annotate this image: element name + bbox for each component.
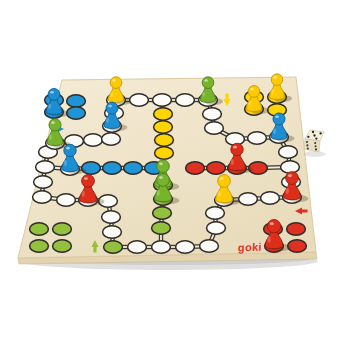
- pawn-highlight: [159, 176, 163, 179]
- pawn-sheen: [64, 160, 67, 166]
- pawn-sheen: [286, 188, 289, 194]
- cell-t1: [130, 94, 149, 107]
- pawn-highlight: [250, 88, 254, 90]
- cell-t11: [281, 161, 300, 174]
- pawn-sheen: [273, 128, 276, 134]
- cell-yh1: [154, 121, 173, 134]
- green-pawn-head[interactable]: [49, 119, 61, 131]
- yellow-pawn-head[interactable]: [248, 86, 260, 98]
- die-pip: [313, 134, 315, 136]
- die-pip: [315, 145, 317, 147]
- pawn-sheen: [82, 191, 85, 197]
- pawn-sheen: [231, 159, 234, 165]
- cell-t21: [152, 241, 171, 254]
- die[interactable]: [304, 130, 326, 157]
- pawn-highlight: [220, 177, 224, 180]
- cell-t23: [104, 241, 123, 254]
- cell-t35: [84, 134, 103, 147]
- goki-logo: goki: [238, 241, 262, 254]
- die-shadow: [304, 151, 326, 157]
- pawn-sheen: [248, 100, 251, 106]
- cell-t18: [207, 222, 226, 235]
- pawn-highlight: [112, 79, 116, 81]
- cell-t31: [36, 161, 55, 174]
- green-pawn-head[interactable]: [157, 160, 170, 173]
- pawn-sheen: [106, 117, 109, 123]
- cell-cg3: [53, 240, 72, 253]
- cell-t24: [103, 226, 122, 239]
- die-pip: [307, 148, 309, 150]
- pawn-highlight: [233, 146, 237, 149]
- cell-t22: [128, 241, 147, 254]
- cell-cr1: [287, 223, 306, 236]
- red-pawn-head[interactable]: [267, 220, 280, 233]
- pawn-sheen: [271, 89, 274, 95]
- cell-t25: [102, 211, 121, 224]
- pawn-sheen: [202, 92, 205, 98]
- cell-yh0: [154, 108, 173, 121]
- pawn-sheen: [110, 92, 113, 98]
- cell-cr3: [288, 240, 307, 253]
- cell-t10: [279, 146, 298, 159]
- cell-t17: [206, 207, 225, 220]
- blue-pawn-head[interactable]: [64, 144, 76, 156]
- cell-bh1: [103, 162, 122, 175]
- cell-t5: [203, 108, 222, 121]
- cell-gh3: [152, 222, 171, 235]
- cell-t8: [248, 132, 267, 145]
- yellow-pawn-head[interactable]: [110, 77, 122, 89]
- cell-bh2: [124, 162, 143, 175]
- die-pip: [319, 132, 321, 134]
- die-pip: [307, 136, 309, 138]
- blue-pawn-head[interactable]: [273, 113, 285, 125]
- pawn-highlight: [275, 115, 279, 118]
- die-pip: [312, 131, 314, 133]
- blue-pawn-head[interactable]: [106, 102, 118, 114]
- pawn-highlight: [204, 79, 208, 81]
- cell-gh2: [153, 207, 172, 220]
- product-photo-ludo: goki: [0, 0, 340, 340]
- blue-pawn-head[interactable]: [48, 89, 60, 101]
- pawn-highlight: [273, 76, 277, 78]
- cell-t14: [261, 192, 280, 205]
- red-pawn-head[interactable]: [286, 172, 299, 185]
- cell-t19: [200, 240, 219, 253]
- cell-t30: [34, 176, 53, 189]
- pawn-sheen: [267, 236, 270, 242]
- pawn-sheen: [157, 190, 160, 196]
- pawn-highlight: [66, 147, 70, 150]
- die-pip: [306, 141, 308, 143]
- pawn-highlight: [108, 105, 112, 108]
- cell-cg2: [30, 240, 49, 253]
- pawn-sheen: [218, 191, 221, 197]
- red-pawn-head[interactable]: [82, 175, 95, 188]
- pawn-sheen: [48, 103, 51, 109]
- pawn-highlight: [159, 163, 163, 166]
- cell-t29: [33, 191, 52, 204]
- pawn-highlight: [51, 121, 55, 124]
- die-pip: [315, 148, 317, 150]
- pawn-highlight: [84, 177, 88, 180]
- yellow-pawn-head[interactable]: [271, 74, 283, 86]
- die-pip: [315, 137, 317, 139]
- red-pawn-head[interactable]: [231, 143, 243, 155]
- cell-t2: [153, 94, 172, 107]
- yellow-pawn-head[interactable]: [218, 175, 231, 188]
- cell-rh3: [186, 162, 205, 175]
- cell-yh3: [155, 147, 174, 160]
- die-pip: [314, 142, 316, 144]
- cell-t15: [239, 193, 258, 206]
- pawn-highlight: [50, 91, 54, 93]
- die-pip: [306, 144, 308, 146]
- cell-t36: [102, 133, 121, 146]
- cell-t3: [176, 94, 195, 107]
- cell-cg1: [53, 223, 72, 236]
- green-pawn-head[interactable]: [157, 174, 170, 187]
- pawn-sheen: [49, 134, 52, 140]
- cell-cg0: [30, 223, 49, 236]
- cell-yh2: [155, 134, 174, 147]
- cell-t6: [205, 122, 224, 135]
- pawn-highlight: [288, 174, 292, 177]
- cell-t20: [176, 241, 195, 254]
- cell-cb3: [67, 107, 86, 120]
- ludo-board: [0, 0, 340, 340]
- cell-t28: [57, 194, 76, 207]
- cell-cb1: [67, 95, 86, 108]
- green-pawn-head[interactable]: [202, 77, 214, 89]
- cell-rh2: [207, 162, 226, 175]
- pawn-highlight: [270, 222, 274, 225]
